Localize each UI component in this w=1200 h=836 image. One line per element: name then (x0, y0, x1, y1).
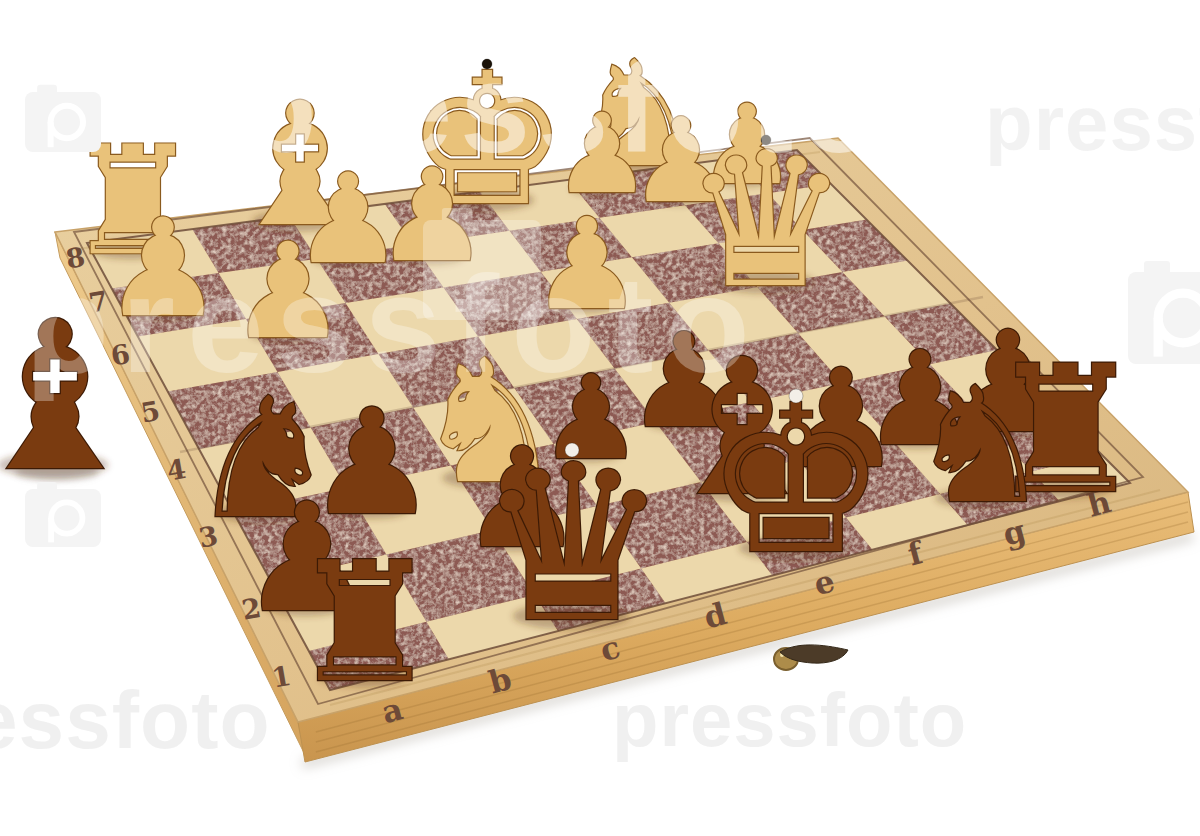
watermark-text: pressfoto (240, 38, 886, 179)
watermark-text: pressfoto (612, 677, 967, 762)
chess-photo-stage: 87654321abcdefgh ♞♟♟♟♚♝♜♟♟♛♟♟♟♟♟♟♟♟♝♞♜♝♞… (0, 0, 1200, 836)
watermark-camera-logo (423, 208, 541, 320)
watermark-text: pressfoto (0, 674, 271, 765)
watermark-camera-logo (25, 482, 101, 547)
camera-body (25, 489, 101, 547)
watermark-text: pressfoto (25, 247, 762, 401)
watermark-camera-logo (1128, 261, 1200, 364)
watermark-text: pressfoto (985, 79, 1200, 167)
camera-body (1128, 272, 1200, 364)
camera-body (25, 92, 101, 152)
finial-bead (565, 443, 579, 457)
piece-dark-rook-a1: ♜ (291, 526, 440, 719)
finial-bead (789, 389, 803, 403)
chess-board-photograph: 87654321abcdefgh ♞♟♟♟♚♝♜♟♟♛♟♟♟♟♟♟♟♟♝♞♜♝♞… (0, 0, 1200, 836)
watermark-camera-logo (25, 85, 101, 152)
camera-body (423, 220, 541, 320)
piece-dark-knight-g1: ♞ (908, 352, 1051, 539)
